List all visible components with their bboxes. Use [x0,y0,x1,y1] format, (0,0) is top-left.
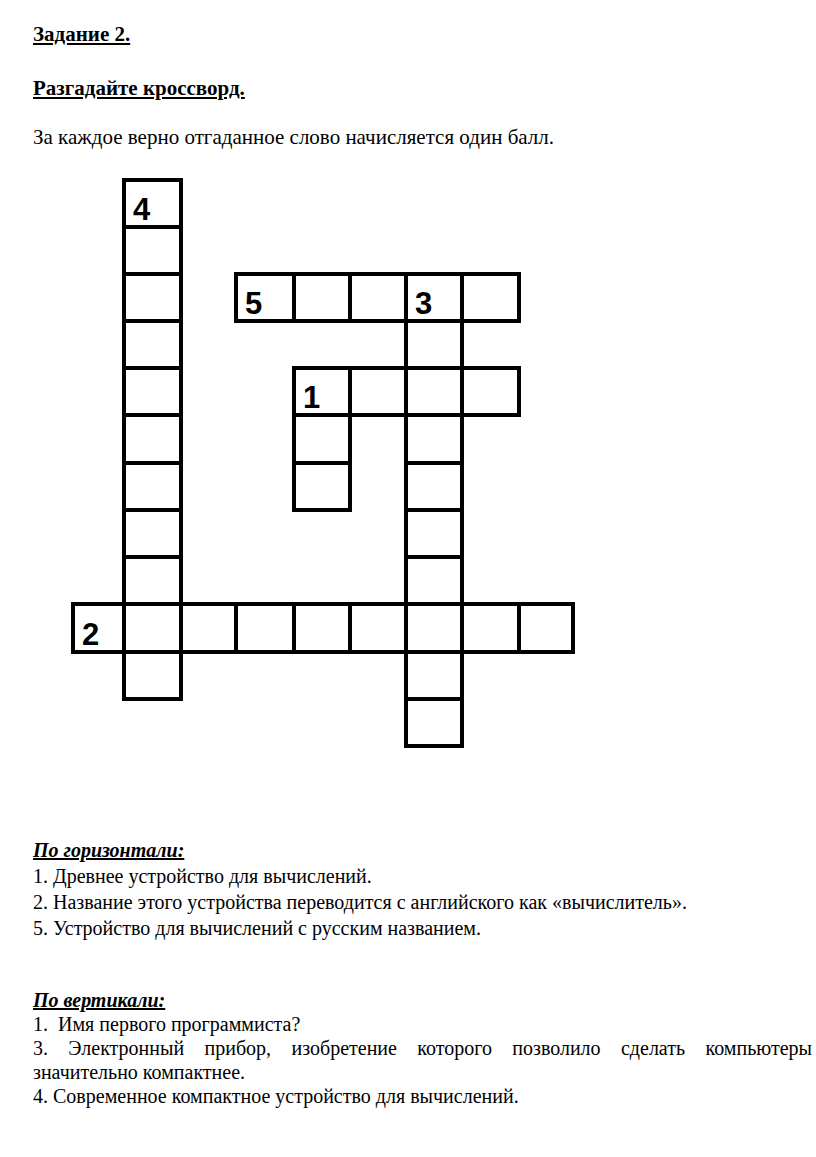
grid-cell-r6c4 [292,461,352,512]
grid-cell-r6c6 [404,461,464,512]
grid-cell-r9c6 [404,602,464,654]
grid-cell-r2c5 [348,272,408,323]
grid-cell-r9c5 [348,602,408,654]
clue-number-1: 1 [296,384,320,413]
grid-cell-r2c1 [122,272,183,323]
grid-cell-r3c6 [404,319,464,370]
grid-cell-r11c6 [404,697,464,748]
scoring-note: За каждое верно отгаданное слово начисля… [33,125,554,150]
grid-cell-r9c7 [460,602,521,654]
instruction-title: Разгадайте кроссворд. [33,76,245,101]
grid-cell-r2c3: 5 [234,272,296,323]
across-clue-5: 5. Устройство для вычислений с русским н… [33,915,793,941]
grid-cell-r9c0: 2 [71,602,126,654]
across-clue-2: 2. Название этого устройства переводится… [33,889,793,915]
grid-cell-r7c1 [122,508,183,559]
grid-cell-r9c1 [122,602,183,654]
grid-cell-r10c1 [122,650,183,701]
down-clue-3-line-2: значительно компактнее. [33,1060,812,1084]
down-clue-1: 1. Имя первого программиста? [33,1012,812,1036]
grid-cell-r5c4 [292,413,352,465]
grid-cell-r2c4 [292,272,352,323]
grid-cell-r9c3 [234,602,296,654]
grid-cell-r8c6 [404,555,464,606]
grid-cell-r4c7 [460,366,521,417]
grid-cell-r9c2 [179,602,238,654]
grid-cell-r5c1 [122,413,183,465]
grid-cell-r5c6 [404,413,464,465]
down-heading: По вертикали: [33,988,812,1012]
clue-number-5: 5 [238,290,262,319]
down-clues-block: По вертикали: 1. Имя первого программист… [33,988,812,1108]
clue-number-2: 2 [75,621,99,650]
grid-cell-r8c1 [122,555,183,606]
clue-number-4: 4 [126,196,150,225]
grid-cell-r4c5 [348,366,408,417]
grid-cell-r1c1 [122,225,183,276]
grid-cell-r10c6 [404,650,464,701]
grid-cell-r9c4 [292,602,352,654]
down-clue-4: 4. Современное компактное устройство для… [33,1084,812,1108]
grid-cell-r2c6: 3 [404,272,464,323]
grid-cell-r3c1 [122,319,183,370]
across-clue-1: 1. Древнее устройство для вычислений. [33,863,793,889]
grid-cell-r4c1 [122,366,183,417]
task-title: Задание 2. [33,22,130,47]
clue-number-3: 3 [408,290,432,319]
across-heading: По горизонтали: [33,837,793,863]
grid-cell-r0c1: 4 [122,178,183,229]
grid-cell-r9c8 [517,602,575,654]
grid-cell-r4c4: 1 [292,366,352,417]
crossword-grid: 45312 [71,178,575,748]
grid-cell-r7c6 [404,508,464,559]
across-clues-block: По горизонтали: 1. Древнее устройство дл… [33,837,793,941]
grid-cell-r6c1 [122,461,183,512]
grid-cell-r4c6 [404,366,464,417]
grid-cell-r2c7 [460,272,521,323]
down-clue-3-line-1: 3. Электронный прибор, изобретение котор… [33,1036,812,1060]
